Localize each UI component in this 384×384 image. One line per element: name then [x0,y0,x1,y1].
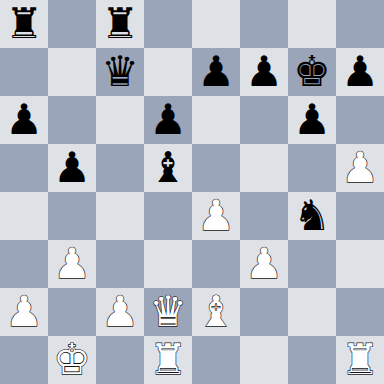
square-d4[interactable] [144,192,192,240]
square-g7[interactable]: ♚ [288,48,336,96]
square-e1[interactable] [192,336,240,384]
square-b6[interactable] [48,96,96,144]
square-h5[interactable]: ♟ [336,144,384,192]
square-g3[interactable] [288,240,336,288]
white-pawn-icon[interactable]: ♟ [5,288,43,336]
square-h6[interactable] [336,96,384,144]
square-d2[interactable]: ♛ [144,288,192,336]
square-e7[interactable]: ♟ [192,48,240,96]
white-bishop-icon[interactable]: ♝ [197,288,235,336]
square-e4[interactable]: ♟ [192,192,240,240]
black-pawn-icon[interactable]: ♟ [341,48,379,96]
square-f3[interactable]: ♟ [240,240,288,288]
square-g6[interactable]: ♟ [288,96,336,144]
square-g5[interactable] [288,144,336,192]
square-c5[interactable] [96,144,144,192]
square-c8[interactable]: ♜ [96,0,144,48]
square-h2[interactable] [336,288,384,336]
square-f7[interactable]: ♟ [240,48,288,96]
black-pawn-icon[interactable]: ♟ [53,144,91,192]
square-c6[interactable] [96,96,144,144]
black-rook-icon[interactable]: ♜ [5,0,43,48]
square-b7[interactable] [48,48,96,96]
square-f5[interactable] [240,144,288,192]
square-h3[interactable] [336,240,384,288]
square-d1[interactable]: ♜ [144,336,192,384]
square-d5[interactable]: ♝ [144,144,192,192]
black-pawn-icon[interactable]: ♟ [5,96,43,144]
square-d7[interactable] [144,48,192,96]
black-pawn-icon[interactable]: ♟ [197,48,235,96]
square-h1[interactable]: ♜ [336,336,384,384]
black-pawn-icon[interactable]: ♟ [149,96,187,144]
square-b3[interactable]: ♟ [48,240,96,288]
square-e8[interactable] [192,0,240,48]
black-king-icon[interactable]: ♚ [293,48,331,96]
square-b4[interactable] [48,192,96,240]
black-queen-icon[interactable]: ♛ [101,48,139,96]
white-pawn-icon[interactable]: ♟ [245,240,283,288]
square-g4[interactable]: ♞ [288,192,336,240]
square-e6[interactable] [192,96,240,144]
square-c4[interactable] [96,192,144,240]
square-h8[interactable] [336,0,384,48]
black-pawn-icon[interactable]: ♟ [293,96,331,144]
white-pawn-icon[interactable]: ♟ [197,192,235,240]
square-h7[interactable]: ♟ [336,48,384,96]
white-pawn-icon[interactable]: ♟ [101,288,139,336]
square-f8[interactable] [240,0,288,48]
square-e5[interactable] [192,144,240,192]
square-c1[interactable] [96,336,144,384]
square-d8[interactable] [144,0,192,48]
square-a2[interactable]: ♟ [0,288,48,336]
black-knight-icon[interactable]: ♞ [293,192,331,240]
square-g1[interactable] [288,336,336,384]
square-a6[interactable]: ♟ [0,96,48,144]
square-f6[interactable] [240,96,288,144]
square-c7[interactable]: ♛ [96,48,144,96]
square-b2[interactable] [48,288,96,336]
square-a1[interactable] [0,336,48,384]
white-queen-icon[interactable]: ♛ [149,288,187,336]
white-pawn-icon[interactable]: ♟ [53,240,91,288]
square-d6[interactable]: ♟ [144,96,192,144]
square-e2[interactable]: ♝ [192,288,240,336]
square-f2[interactable] [240,288,288,336]
square-g8[interactable] [288,0,336,48]
square-h4[interactable] [336,192,384,240]
square-a7[interactable] [0,48,48,96]
white-king-icon[interactable]: ♚ [53,336,91,384]
square-f1[interactable] [240,336,288,384]
square-a5[interactable] [0,144,48,192]
white-rook-icon[interactable]: ♜ [341,336,379,384]
square-g2[interactable] [288,288,336,336]
white-rook-icon[interactable]: ♜ [149,336,187,384]
black-bishop-icon[interactable]: ♝ [149,144,187,192]
chess-board: ♜♜♛♟♟♚♟♟♟♟♟♝♟♟♞♟♟♟♟♛♝♚♜♜ [0,0,384,384]
square-b1[interactable]: ♚ [48,336,96,384]
square-d3[interactable] [144,240,192,288]
square-e3[interactable] [192,240,240,288]
square-b8[interactable] [48,0,96,48]
black-rook-icon[interactable]: ♜ [101,0,139,48]
square-a4[interactable] [0,192,48,240]
square-b5[interactable]: ♟ [48,144,96,192]
square-a3[interactable] [0,240,48,288]
square-a8[interactable]: ♜ [0,0,48,48]
black-pawn-icon[interactable]: ♟ [245,48,283,96]
square-c2[interactable]: ♟ [96,288,144,336]
square-c3[interactable] [96,240,144,288]
square-f4[interactable] [240,192,288,240]
white-pawn-icon[interactable]: ♟ [341,144,379,192]
